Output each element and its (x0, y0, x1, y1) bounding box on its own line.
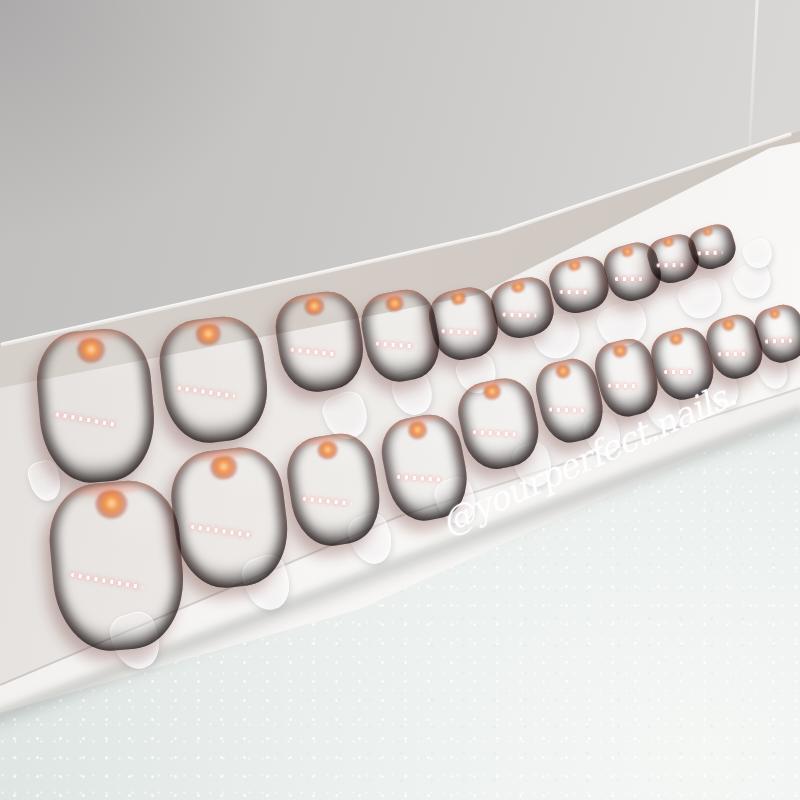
nail-cuticle-highlight (481, 383, 503, 402)
nail-sparkle-highlight (441, 329, 478, 335)
nail-cuticle-highlight (668, 332, 686, 347)
nail-cuticle-highlight (721, 318, 737, 332)
nail-cuticle-highlight (75, 337, 107, 365)
nail-sparkle-highlight (290, 347, 337, 356)
nail-cuticle-highlight (315, 439, 341, 461)
nail-cuticle-highlight (510, 281, 527, 294)
nail-cuticle-highlight (406, 420, 430, 441)
nail-sparkle-highlight (549, 407, 584, 412)
nail-sparkle-highlight (718, 352, 747, 357)
nail-sparkle-highlight (473, 430, 516, 436)
nail-sparkle-highlight (765, 338, 792, 343)
nail-cuticle-highlight (661, 237, 675, 248)
nail-sparkle-highlight (303, 496, 352, 505)
nail-sparkle-highlight (375, 342, 417, 349)
nail-sparkle-highlight (697, 250, 722, 255)
nail-sparkle-highlight (559, 290, 591, 295)
nail-cuticle-highlight (620, 246, 636, 259)
nail-sparkle-highlight (502, 313, 536, 318)
nail-cuticle-highlight (449, 291, 468, 306)
nail-cuticle-highlight (768, 308, 783, 321)
nail-sparkle-highlight (607, 384, 640, 389)
nail-sparkle-highlight (656, 263, 684, 267)
nail-cuticle-highlight (302, 297, 326, 317)
nail-cuticle-highlight (701, 227, 714, 237)
nail-sparkle-highlight (55, 412, 119, 427)
nail-sparkle-highlight (177, 386, 235, 398)
nail-sparkle-highlight (70, 572, 142, 589)
nail-sparkle-highlight (397, 475, 442, 482)
product-photo-scene: @yourperfect.nails. (0, 0, 800, 800)
nail-cuticle-highlight (208, 455, 240, 482)
nail-cuticle-highlight (566, 260, 583, 272)
nail-sparkle-highlight (615, 277, 645, 281)
nail-cuticle-highlight (94, 489, 130, 520)
nail-cuticle-highlight (194, 323, 223, 347)
nail-cuticle-highlight (611, 343, 629, 359)
nail-cuticle-highlight (384, 294, 406, 313)
nail-cuticle-highlight (554, 363, 573, 380)
nail-sparkle-highlight (663, 370, 695, 374)
nail-sparkle-highlight (190, 524, 253, 537)
